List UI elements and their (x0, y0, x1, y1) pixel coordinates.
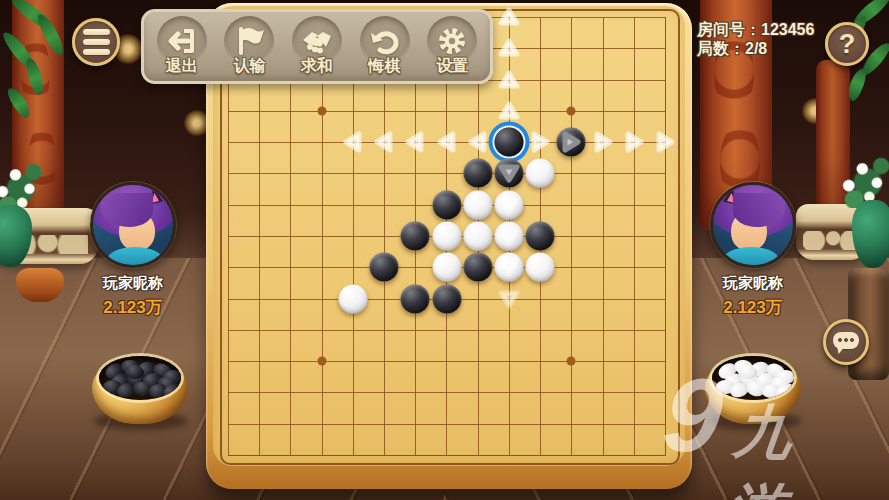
white-stone (432, 222, 461, 251)
draw-handshake-icon (300, 24, 334, 58)
white-stone (526, 159, 555, 188)
chat-bubble-icon (833, 332, 859, 349)
black-stone (463, 253, 492, 282)
round-count-label: 局数： (697, 40, 745, 57)
round-count-line: 局数：2/8 (697, 39, 814, 58)
black-stone (401, 222, 430, 251)
game-screen: 退出 认输 求和 悔棋 (0, 0, 889, 500)
player-panel-right: 玩家昵称 2.123万 (693, 182, 813, 319)
black-stones-in-bowl (99, 356, 181, 400)
room-info: 房间号：123456 局数：2/8 (697, 20, 814, 58)
star-point (567, 106, 576, 115)
right-direction-arrow (591, 130, 615, 154)
green-vase-right (852, 200, 889, 268)
settings-gear-icon (435, 24, 469, 58)
down-direction-arrow (497, 161, 521, 185)
star-point (567, 357, 576, 366)
black-stone (463, 159, 492, 188)
surrender-button[interactable]: 认输 (218, 12, 280, 78)
black-stone (432, 190, 461, 219)
left-direction-arrow (341, 130, 365, 154)
right-direction-arrow (559, 130, 583, 154)
exit-label: 退出 (151, 56, 213, 77)
white-stone (463, 222, 492, 251)
up-direction-arrow (497, 68, 521, 92)
white-stone (338, 284, 367, 313)
white-flowers-right (838, 152, 889, 208)
avatar-left[interactable] (90, 182, 176, 268)
down-direction-arrow (497, 287, 521, 311)
undo-arrow-icon (368, 24, 402, 58)
avatar-right[interactable] (710, 182, 796, 268)
undo-move-label: 悔棋 (354, 56, 416, 77)
settings-button[interactable]: 设置 (421, 12, 483, 78)
menu-button[interactable] (72, 18, 120, 66)
right-direction-arrow (528, 130, 552, 154)
down-direction-arrow (497, 255, 521, 279)
draw-offer-button[interactable]: 求和 (286, 12, 348, 78)
top-toolbar: 退出 认输 求和 悔棋 (141, 9, 493, 84)
black-stone (432, 284, 461, 313)
player-panel-left: 玩家昵称 2.123万 (73, 182, 193, 319)
white-stone-bowl (705, 350, 801, 426)
player-wealth-right: 2.123万 (693, 296, 813, 319)
right-direction-arrow (622, 130, 646, 154)
help-button[interactable]: ? (825, 22, 869, 66)
draw-offer-label: 求和 (286, 56, 348, 77)
right-direction-arrow (653, 130, 677, 154)
room-number-label: 房间号： (697, 21, 761, 38)
left-direction-arrow (372, 130, 396, 154)
star-point (317, 106, 326, 115)
down-direction-arrow (497, 224, 521, 248)
black-stone (401, 284, 430, 313)
black-stone-last-move (494, 128, 523, 157)
down-direction-arrow (497, 193, 521, 217)
left-direction-arrow (403, 130, 427, 154)
white-stone (463, 190, 492, 219)
up-direction-arrow (497, 5, 521, 29)
round-count-value: 2/8 (745, 40, 767, 57)
left-direction-arrow (435, 130, 459, 154)
up-direction-arrow (497, 36, 521, 60)
menu-button-ring (72, 18, 120, 66)
white-stone (432, 253, 461, 282)
player-wealth-left: 2.123万 (73, 296, 193, 319)
planter-pot-left (16, 268, 64, 302)
star-point (317, 357, 326, 366)
undo-move-button[interactable]: 悔棋 (354, 12, 416, 78)
help-button-ring (825, 22, 869, 66)
white-stone (526, 253, 555, 282)
player-name-right: 玩家昵称 (693, 274, 813, 293)
room-number-line: 房间号：123456 (697, 20, 814, 39)
surrender-label: 认输 (218, 56, 280, 77)
surrender-flag-icon (232, 24, 266, 58)
black-stone-bowl (92, 350, 188, 426)
up-direction-arrow (497, 99, 521, 123)
room-number-value: 123456 (761, 21, 814, 38)
settings-label: 设置 (421, 56, 483, 77)
chat-button[interactable] (823, 319, 869, 365)
player-name-left: 玩家昵称 (73, 274, 193, 293)
exit-button[interactable]: 退出 (151, 12, 213, 78)
exit-arrow-icon (165, 24, 199, 58)
left-direction-arrow (466, 130, 490, 154)
black-stone (370, 253, 399, 282)
black-stone (526, 222, 555, 251)
white-stones-in-bowl (712, 356, 794, 400)
